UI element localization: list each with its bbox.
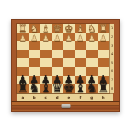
square[interactable] bbox=[52, 50, 64, 59]
rank-label: 7 bbox=[110, 78, 114, 82]
product-photo[interactable]: ♜♞♝♛♚♝♞♜♟♟♟♟♟♟♟♟♟♟♟♟♟♟♟♟♜♞♝♛♚♝♞♜ 1234567… bbox=[0, 0, 130, 130]
file-label: e bbox=[63, 94, 75, 101]
square[interactable] bbox=[63, 58, 75, 67]
black-rook[interactable]: ♜ bbox=[17, 81, 29, 94]
white-pawn[interactable]: ♟ bbox=[42, 34, 50, 43]
square[interactable]: ♞ bbox=[86, 24, 98, 33]
rank-label: 8 bbox=[110, 87, 114, 91]
file-label: f bbox=[75, 94, 87, 101]
square[interactable]: ♟ bbox=[98, 33, 110, 42]
square[interactable]: ♟ bbox=[52, 33, 64, 42]
square[interactable] bbox=[75, 58, 87, 67]
black-queen[interactable]: ♛ bbox=[51, 81, 63, 94]
square[interactable]: ♚ bbox=[63, 24, 75, 33]
square[interactable]: ♛ bbox=[52, 84, 64, 93]
black-knight[interactable]: ♞ bbox=[28, 81, 40, 94]
square[interactable]: ♟ bbox=[86, 33, 98, 42]
file-label: c bbox=[40, 94, 52, 101]
square[interactable] bbox=[17, 58, 29, 67]
square[interactable]: ♞ bbox=[29, 24, 41, 33]
file-label: b bbox=[29, 94, 41, 101]
square[interactable]: ♜ bbox=[98, 84, 110, 93]
rank-label: 1 bbox=[110, 26, 114, 30]
square[interactable]: ♞ bbox=[29, 84, 41, 93]
square[interactable]: ♚ bbox=[63, 84, 75, 93]
rank-label: 6 bbox=[110, 69, 114, 73]
square[interactable] bbox=[86, 58, 98, 67]
black-bishop[interactable]: ♝ bbox=[74, 81, 86, 94]
square[interactable] bbox=[98, 50, 110, 59]
square[interactable]: ♝ bbox=[75, 84, 87, 93]
white-pawn[interactable]: ♟ bbox=[53, 34, 61, 43]
rank-label: 5 bbox=[110, 61, 114, 65]
file-label: g bbox=[86, 94, 98, 101]
rank-label: 4 bbox=[110, 52, 114, 56]
white-pawn[interactable]: ♟ bbox=[88, 34, 96, 43]
square[interactable]: ♝ bbox=[75, 24, 87, 33]
white-pawn[interactable]: ♟ bbox=[19, 34, 27, 43]
black-bishop[interactable]: ♝ bbox=[40, 81, 52, 94]
black-king[interactable]: ♚ bbox=[63, 81, 75, 94]
square[interactable]: ♟ bbox=[17, 33, 29, 42]
chess-set: ♜♞♝♛♚♝♞♜♟♟♟♟♟♟♟♟♟♟♟♟♟♟♟♟♜♞♝♛♚♝♞♜ 1234567… bbox=[11, 19, 120, 112]
square[interactable] bbox=[52, 58, 64, 67]
board-frame: ♜♞♝♛♚♝♞♜♟♟♟♟♟♟♟♟♟♟♟♟♟♟♟♟♜♞♝♛♚♝♞♜ 1234567… bbox=[11, 19, 120, 101]
square[interactable] bbox=[40, 50, 52, 59]
square[interactable]: ♝ bbox=[40, 24, 52, 33]
square[interactable] bbox=[86, 50, 98, 59]
square[interactable]: ♟ bbox=[40, 33, 52, 42]
square[interactable]: ♛ bbox=[52, 24, 64, 33]
box-front-edge bbox=[11, 101, 120, 112]
square[interactable]: ♞ bbox=[86, 84, 98, 93]
square[interactable]: ♜ bbox=[17, 84, 29, 93]
square[interactable]: ♝ bbox=[40, 84, 52, 93]
square[interactable] bbox=[17, 50, 29, 59]
square[interactable]: ♟ bbox=[29, 33, 41, 42]
white-pawn[interactable]: ♟ bbox=[65, 34, 73, 43]
square[interactable]: ♜ bbox=[17, 24, 29, 33]
chess-board: ♜♞♝♛♚♝♞♜♟♟♟♟♟♟♟♟♟♟♟♟♟♟♟♟♜♞♝♛♚♝♞♜ bbox=[17, 24, 109, 93]
square[interactable] bbox=[75, 50, 87, 59]
file-label: a bbox=[17, 94, 29, 101]
black-rook[interactable]: ♜ bbox=[97, 81, 109, 94]
square[interactable]: ♜ bbox=[98, 24, 110, 33]
rank-label: 2 bbox=[110, 35, 114, 39]
rank-label: 3 bbox=[110, 44, 114, 48]
square[interactable] bbox=[29, 58, 41, 67]
rank-labels: 12345678 bbox=[109, 24, 114, 93]
metal-clasp-icon bbox=[61, 104, 70, 108]
square[interactable] bbox=[63, 50, 75, 59]
square[interactable]: ♟ bbox=[75, 33, 87, 42]
square[interactable] bbox=[98, 58, 110, 67]
file-label: d bbox=[52, 94, 64, 101]
file-label: h bbox=[98, 94, 110, 101]
square[interactable] bbox=[29, 50, 41, 59]
square[interactable]: ♟ bbox=[63, 33, 75, 42]
white-pawn[interactable]: ♟ bbox=[99, 34, 107, 43]
white-pawn[interactable]: ♟ bbox=[76, 34, 84, 43]
square[interactable] bbox=[40, 58, 52, 67]
white-pawn[interactable]: ♟ bbox=[30, 34, 38, 43]
black-knight[interactable]: ♞ bbox=[86, 81, 98, 94]
